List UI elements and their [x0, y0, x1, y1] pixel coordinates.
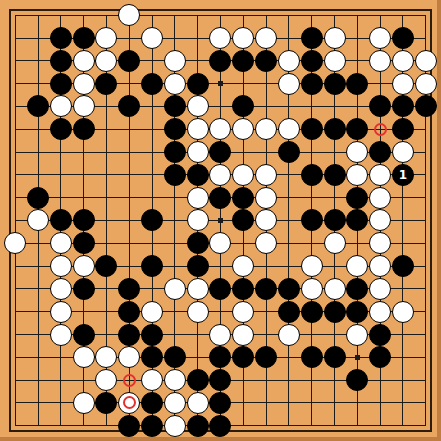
black-stone[interactable]: [187, 73, 209, 95]
white-stone[interactable]: [73, 255, 95, 277]
white-stone[interactable]: [50, 232, 72, 254]
black-stone[interactable]: [278, 141, 300, 163]
white-stone[interactable]: [369, 301, 391, 323]
white-stone[interactable]: [278, 118, 300, 140]
white-stone[interactable]: [255, 27, 277, 49]
white-stone[interactable]: [50, 278, 72, 300]
white-stone[interactable]: [164, 369, 186, 391]
white-stone[interactable]: [164, 392, 186, 414]
black-stone[interactable]: [278, 278, 300, 300]
black-stone[interactable]: [324, 164, 346, 186]
black-stone[interactable]: [141, 73, 163, 95]
white-stone[interactable]: [369, 278, 391, 300]
white-stone[interactable]: [232, 164, 254, 186]
star-point: [355, 355, 360, 360]
white-stone[interactable]: [301, 255, 323, 277]
white-stone[interactable]: [73, 50, 95, 72]
black-stone[interactable]: [324, 209, 346, 231]
white-stone[interactable]: [369, 50, 391, 72]
black-stone[interactable]: [187, 232, 209, 254]
black-stone[interactable]: [232, 50, 254, 72]
black-stone[interactable]: [164, 118, 186, 140]
black-stone[interactable]: [301, 118, 323, 140]
red-circle-marker: [123, 374, 136, 387]
white-stone[interactable]: [392, 141, 414, 163]
white-stone[interactable]: [232, 301, 254, 323]
go-board-screenshot: 1: [0, 0, 441, 441]
black-stone[interactable]: [255, 50, 277, 72]
white-stone[interactable]: [141, 27, 163, 49]
black-stone[interactable]: [369, 324, 391, 346]
black-stone[interactable]: [141, 415, 163, 437]
white-stone[interactable]: [73, 95, 95, 117]
white-stone[interactable]: [278, 324, 300, 346]
white-stone[interactable]: [187, 209, 209, 231]
black-stone[interactable]: [50, 118, 72, 140]
black-stone[interactable]: [73, 324, 95, 346]
white-stone[interactable]: [164, 50, 186, 72]
black-stone[interactable]: 1: [392, 164, 414, 186]
black-stone[interactable]: [50, 27, 72, 49]
white-stone[interactable]: [324, 278, 346, 300]
black-stone[interactable]: [301, 346, 323, 368]
white-stone[interactable]: [324, 232, 346, 254]
white-stone[interactable]: [324, 27, 346, 49]
black-stone[interactable]: [301, 164, 323, 186]
white-stone[interactable]: [50, 255, 72, 277]
black-stone[interactable]: [232, 187, 254, 209]
black-stone[interactable]: [415, 95, 437, 117]
black-stone[interactable]: [118, 50, 140, 72]
black-stone[interactable]: [118, 324, 140, 346]
black-stone[interactable]: [73, 232, 95, 254]
black-stone[interactable]: [73, 278, 95, 300]
black-stone[interactable]: [301, 27, 323, 49]
black-stone[interactable]: [187, 369, 209, 391]
white-stone[interactable]: [255, 187, 277, 209]
black-stone[interactable]: [141, 324, 163, 346]
board-edge-shadow-right: [437, 0, 441, 441]
white-stone[interactable]: [278, 73, 300, 95]
white-stone[interactable]: [392, 301, 414, 323]
black-stone[interactable]: [346, 73, 368, 95]
black-stone[interactable]: [255, 278, 277, 300]
red-circle-marker: [374, 123, 387, 136]
black-stone[interactable]: [141, 255, 163, 277]
black-stone[interactable]: [50, 73, 72, 95]
black-stone[interactable]: [301, 50, 323, 72]
white-stone[interactable]: [369, 164, 391, 186]
white-stone[interactable]: [73, 392, 95, 414]
black-stone[interactable]: [73, 118, 95, 140]
black-stone[interactable]: [346, 187, 368, 209]
white-stone[interactable]: [209, 324, 231, 346]
white-stone[interactable]: [415, 73, 437, 95]
white-stone[interactable]: [392, 50, 414, 72]
black-stone[interactable]: [392, 27, 414, 49]
white-stone[interactable]: [50, 301, 72, 323]
black-stone[interactable]: [301, 73, 323, 95]
black-stone[interactable]: [187, 164, 209, 186]
black-stone[interactable]: [27, 187, 49, 209]
white-stone[interactable]: [187, 278, 209, 300]
star-point: [218, 81, 223, 86]
black-stone[interactable]: [118, 278, 140, 300]
black-stone[interactable]: [324, 301, 346, 323]
black-stone[interactable]: [187, 255, 209, 277]
stone-number-label: 1: [399, 169, 407, 181]
white-stone[interactable]: [187, 141, 209, 163]
white-stone[interactable]: [232, 324, 254, 346]
black-stone[interactable]: [346, 301, 368, 323]
black-stone[interactable]: [324, 118, 346, 140]
white-stone[interactable]: [187, 118, 209, 140]
white-stone[interactable]: [324, 50, 346, 72]
white-stone[interactable]: [164, 278, 186, 300]
black-stone[interactable]: [141, 392, 163, 414]
white-stone[interactable]: [50, 324, 72, 346]
white-stone[interactable]: [141, 301, 163, 323]
black-stone[interactable]: [324, 346, 346, 368]
black-stone[interactable]: [118, 301, 140, 323]
star-point: [218, 218, 223, 223]
white-stone[interactable]: [369, 27, 391, 49]
white-stone[interactable]: [346, 324, 368, 346]
white-stone[interactable]: [187, 95, 209, 117]
white-stone[interactable]: [415, 50, 437, 72]
white-stone[interactable]: [369, 187, 391, 209]
white-stone[interactable]: [301, 278, 323, 300]
white-stone[interactable]: [187, 301, 209, 323]
black-stone[interactable]: [392, 255, 414, 277]
white-stone[interactable]: [278, 50, 300, 72]
white-stone[interactable]: [187, 187, 209, 209]
black-stone[interactable]: [301, 301, 323, 323]
white-stone[interactable]: [73, 346, 95, 368]
black-stone[interactable]: [118, 415, 140, 437]
black-stone[interactable]: [164, 141, 186, 163]
black-stone[interactable]: [95, 73, 117, 95]
white-stone[interactable]: [73, 73, 95, 95]
white-stone[interactable]: [255, 164, 277, 186]
black-stone[interactable]: [209, 415, 231, 437]
black-stone[interactable]: [50, 50, 72, 72]
black-stone[interactable]: [187, 415, 209, 437]
white-stone[interactable]: [187, 392, 209, 414]
black-stone[interactable]: [278, 301, 300, 323]
white-stone[interactable]: [164, 73, 186, 95]
black-stone[interactable]: [73, 209, 95, 231]
black-stone[interactable]: [73, 27, 95, 49]
black-stone[interactable]: [164, 164, 186, 186]
black-stone[interactable]: [324, 73, 346, 95]
white-stone[interactable]: [392, 73, 414, 95]
black-stone[interactable]: [209, 187, 231, 209]
go-board[interactable]: 1: [0, 0, 441, 441]
board-edge-shadow-bottom: [0, 437, 441, 441]
white-stone[interactable]: [164, 415, 186, 437]
